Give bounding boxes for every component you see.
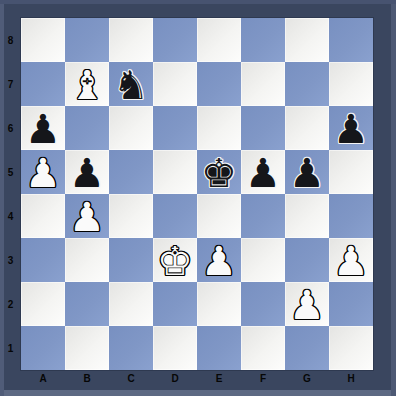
white-pawn[interactable]: ♟ bbox=[289, 283, 325, 325]
square-g8[interactable] bbox=[285, 18, 329, 62]
file-label-d: D bbox=[153, 371, 197, 390]
file-label-f: F bbox=[241, 371, 285, 390]
rank-labels: 87654321 bbox=[0, 18, 21, 370]
square-h6[interactable]: ♟ bbox=[329, 106, 373, 150]
square-f4[interactable] bbox=[241, 194, 285, 238]
black-pawn[interactable]: ♟ bbox=[69, 151, 105, 193]
square-e7[interactable] bbox=[197, 62, 241, 106]
rank-label-5: 5 bbox=[0, 150, 21, 194]
square-b7[interactable]: ♝ bbox=[65, 62, 109, 106]
square-d3[interactable]: ♚ bbox=[153, 238, 197, 282]
square-a8[interactable] bbox=[21, 18, 65, 62]
square-g4[interactable] bbox=[285, 194, 329, 238]
square-d6[interactable] bbox=[153, 106, 197, 150]
square-g6[interactable] bbox=[285, 106, 329, 150]
file-label-g: G bbox=[285, 371, 329, 390]
square-f3[interactable] bbox=[241, 238, 285, 282]
square-c6[interactable] bbox=[109, 106, 153, 150]
black-pawn[interactable]: ♟ bbox=[289, 151, 325, 193]
square-b8[interactable] bbox=[65, 18, 109, 62]
square-d2[interactable] bbox=[153, 282, 197, 326]
rank-label-3: 3 bbox=[0, 238, 21, 282]
square-e1[interactable] bbox=[197, 326, 241, 370]
rank-label-7: 7 bbox=[0, 62, 21, 106]
rank-label-1: 1 bbox=[0, 326, 21, 370]
file-label-b: B bbox=[65, 371, 109, 390]
rank-label-6: 6 bbox=[0, 106, 21, 150]
square-e5[interactable]: ♚ bbox=[197, 150, 241, 194]
square-a6[interactable]: ♟ bbox=[21, 106, 65, 150]
black-pawn[interactable]: ♟ bbox=[25, 107, 61, 149]
square-b2[interactable] bbox=[65, 282, 109, 326]
square-e3[interactable]: ♟ bbox=[197, 238, 241, 282]
square-c4[interactable] bbox=[109, 194, 153, 238]
square-d8[interactable] bbox=[153, 18, 197, 62]
square-g5[interactable]: ♟ bbox=[285, 150, 329, 194]
white-pawn[interactable]: ♟ bbox=[69, 195, 105, 237]
square-e6[interactable] bbox=[197, 106, 241, 150]
rank-label-4: 4 bbox=[0, 194, 21, 238]
file-label-e: E bbox=[197, 371, 241, 390]
square-c1[interactable] bbox=[109, 326, 153, 370]
square-f7[interactable] bbox=[241, 62, 285, 106]
square-a1[interactable] bbox=[21, 326, 65, 370]
square-c8[interactable] bbox=[109, 18, 153, 62]
file-labels: ABCDEFGH bbox=[21, 371, 373, 390]
square-e2[interactable] bbox=[197, 282, 241, 326]
square-b4[interactable]: ♟ bbox=[65, 194, 109, 238]
square-b5[interactable]: ♟ bbox=[65, 150, 109, 194]
chess-diagram-frame: 87654321 ♝♞♟♟♟♟♚♟♟♟♚♟♟♟ ABCDEFGH bbox=[0, 0, 396, 396]
white-king[interactable]: ♚ bbox=[157, 239, 193, 281]
white-pawn[interactable]: ♟ bbox=[25, 151, 61, 193]
square-c7[interactable]: ♞ bbox=[109, 62, 153, 106]
square-a3[interactable] bbox=[21, 238, 65, 282]
square-f8[interactable] bbox=[241, 18, 285, 62]
square-h7[interactable] bbox=[329, 62, 373, 106]
square-b1[interactable] bbox=[65, 326, 109, 370]
square-f6[interactable] bbox=[241, 106, 285, 150]
square-h5[interactable] bbox=[329, 150, 373, 194]
square-c3[interactable] bbox=[109, 238, 153, 282]
square-f5[interactable]: ♟ bbox=[241, 150, 285, 194]
white-pawn[interactable]: ♟ bbox=[333, 239, 369, 281]
chess-board: ♝♞♟♟♟♟♚♟♟♟♚♟♟♟ bbox=[21, 18, 373, 370]
square-e8[interactable] bbox=[197, 18, 241, 62]
square-d5[interactable] bbox=[153, 150, 197, 194]
black-pawn[interactable]: ♟ bbox=[245, 151, 281, 193]
white-pawn[interactable]: ♟ bbox=[201, 239, 237, 281]
file-label-h: H bbox=[329, 371, 373, 390]
file-label-a: A bbox=[21, 371, 65, 390]
square-h4[interactable] bbox=[329, 194, 373, 238]
white-bishop[interactable]: ♝ bbox=[69, 63, 105, 105]
square-f1[interactable] bbox=[241, 326, 285, 370]
square-d1[interactable] bbox=[153, 326, 197, 370]
square-d4[interactable] bbox=[153, 194, 197, 238]
black-pawn[interactable]: ♟ bbox=[333, 107, 369, 149]
square-g1[interactable] bbox=[285, 326, 329, 370]
rank-label-2: 2 bbox=[0, 282, 21, 326]
square-a5[interactable]: ♟ bbox=[21, 150, 65, 194]
square-h1[interactable] bbox=[329, 326, 373, 370]
rank-label-8: 8 bbox=[0, 18, 21, 62]
file-label-c: C bbox=[109, 371, 153, 390]
square-a4[interactable] bbox=[21, 194, 65, 238]
square-h2[interactable] bbox=[329, 282, 373, 326]
black-king[interactable]: ♚ bbox=[201, 151, 237, 193]
square-f2[interactable] bbox=[241, 282, 285, 326]
square-d7[interactable] bbox=[153, 62, 197, 106]
black-knight[interactable]: ♞ bbox=[113, 63, 149, 105]
square-g7[interactable] bbox=[285, 62, 329, 106]
square-c5[interactable] bbox=[109, 150, 153, 194]
square-h3[interactable]: ♟ bbox=[329, 238, 373, 282]
square-g2[interactable]: ♟ bbox=[285, 282, 329, 326]
square-b3[interactable] bbox=[65, 238, 109, 282]
square-h8[interactable] bbox=[329, 18, 373, 62]
square-a7[interactable] bbox=[21, 62, 65, 106]
square-c2[interactable] bbox=[109, 282, 153, 326]
square-b6[interactable] bbox=[65, 106, 109, 150]
square-a2[interactable] bbox=[21, 282, 65, 326]
square-e4[interactable] bbox=[197, 194, 241, 238]
square-g3[interactable] bbox=[285, 238, 329, 282]
